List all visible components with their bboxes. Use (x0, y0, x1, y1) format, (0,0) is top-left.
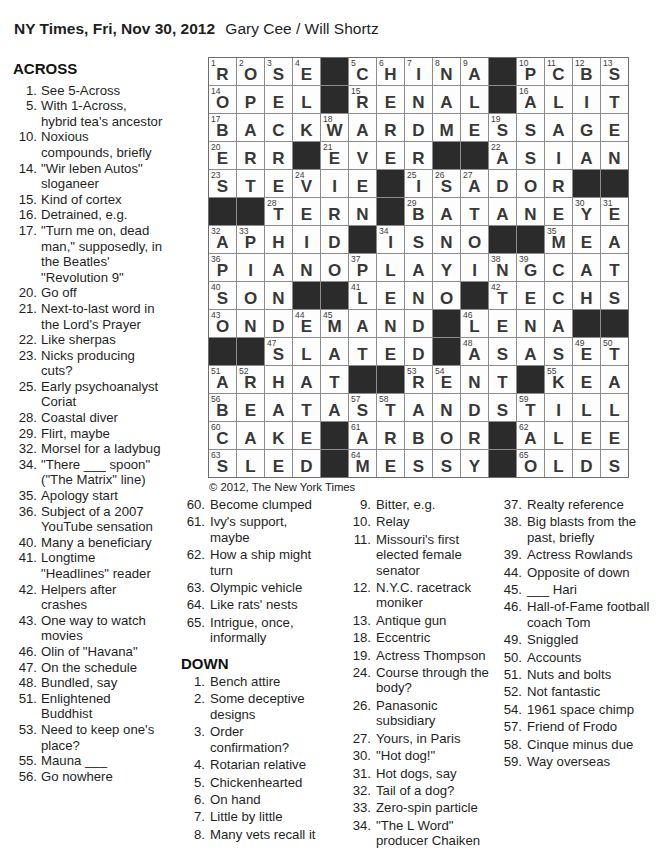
grid-cell[interactable]: E (545, 198, 572, 225)
black-cell (377, 170, 404, 197)
clue-across-65: 65.Intrigue, once, informally (181, 615, 326, 646)
grid-cell[interactable]: 65O (517, 450, 544, 477)
grid-cell[interactable]: L (293, 338, 320, 365)
grid-cell[interactable]: D (405, 338, 432, 365)
down-header: DOWN (181, 656, 326, 671)
grid-cell[interactable]: A (545, 310, 572, 337)
grid-cell[interactable]: N (405, 282, 432, 309)
grid-cell[interactable]: O (517, 170, 544, 197)
grid-cell[interactable]: A (405, 394, 432, 421)
clue-text: Yours, in Paris (376, 731, 490, 746)
grid-cell[interactable]: A (321, 394, 348, 421)
grid-cell[interactable]: 50T (601, 338, 628, 365)
grid-cell[interactable]: A (293, 366, 320, 393)
grid-cell[interactable]: 49E (573, 338, 600, 365)
grid-cell[interactable]: L (237, 450, 264, 477)
grid-cell[interactable]: 52R (237, 366, 264, 393)
grid-cell[interactable]: 45M (321, 310, 348, 337)
cell-letter: M (321, 318, 348, 335)
grid-cell[interactable]: 30Y (573, 198, 600, 225)
grid-cell[interactable]: A (433, 198, 460, 225)
grid-cell[interactable]: N (461, 366, 488, 393)
clue-text: Some deceptive designs (210, 691, 326, 722)
cell-letter: E (377, 346, 404, 363)
grid-cell[interactable]: I (237, 254, 264, 281)
grid-cell[interactable]: 26S (433, 170, 460, 197)
grid-cell[interactable]: 34I (377, 226, 404, 253)
grid-cell[interactable]: E (377, 282, 404, 309)
grid-cell[interactable]: 47S (265, 338, 292, 365)
cell-letter: R (209, 66, 236, 83)
clue-across-64: 64.Like rats' nests (181, 597, 326, 612)
grid-cell[interactable]: N (517, 310, 544, 337)
cell-letter: N (237, 318, 264, 335)
grid-cell[interactable]: T (321, 366, 348, 393)
grid-cell[interactable]: A (349, 114, 376, 141)
grid-cell[interactable]: 16A (517, 86, 544, 113)
cell-letter: O (237, 66, 264, 83)
clue-text: Missouri's first elected female senator (376, 532, 490, 578)
cell-letter: O (321, 262, 348, 279)
grid-cell[interactable]: S (601, 282, 628, 309)
grid-cell[interactable]: A (433, 86, 460, 113)
clue-text: Big blasts from the past, briefly (527, 514, 653, 545)
grid-cell[interactable]: 56B (209, 394, 236, 421)
cell-letter: D (405, 346, 432, 363)
grid-cell[interactable]: N (265, 282, 292, 309)
grid-cell[interactable]: O (237, 282, 264, 309)
clue-text: Relay (376, 514, 490, 529)
grid-cell[interactable]: A (237, 422, 264, 449)
grid-cell[interactable]: 33P (237, 226, 264, 253)
grid-cell[interactable]: 35M (545, 226, 572, 253)
clue-across-15: 15.Kind of cortex (13, 192, 163, 208)
grid-cell[interactable]: A (517, 338, 544, 365)
grid-cell[interactable]: P (237, 86, 264, 113)
grid-cell[interactable]: 64M (349, 450, 376, 477)
clue-across-48: 48.Bundled, say (13, 675, 163, 691)
grid-cell[interactable]: 31E (601, 198, 628, 225)
clue-text: Enlightened Buddhist (41, 691, 163, 722)
grid-cell[interactable]: S (517, 142, 544, 169)
grid-cell[interactable]: 38N (489, 254, 516, 281)
clue-number: 29. (13, 426, 37, 442)
clue-text: Eccentric (376, 630, 490, 645)
grid-cell[interactable]: R (265, 142, 292, 169)
cell-letter: E (293, 318, 320, 335)
grid-cell[interactable]: E (293, 198, 320, 225)
clue-number: 57. (496, 719, 522, 734)
grid-cell[interactable]: T (489, 366, 516, 393)
grid-cell[interactable]: 14O (209, 86, 236, 113)
cell-letter: A (601, 374, 628, 391)
grid-cell[interactable]: E (377, 142, 404, 169)
grid-cell[interactable]: D (489, 170, 516, 197)
clue-down-58: 58.Cinque minus due (496, 737, 653, 752)
clue-number: 42. (13, 582, 37, 613)
clue-down-59: 59.Way overseas (496, 754, 653, 769)
grid-cell[interactable]: 9A (461, 58, 488, 85)
grid-cell[interactable]: A (601, 226, 628, 253)
grid-cell[interactable]: Y (433, 254, 460, 281)
grid-cell[interactable]: A (601, 366, 628, 393)
grid-cell[interactable]: 23S (209, 170, 236, 197)
grid-cell[interactable]: S (405, 450, 432, 477)
cell-letter: P (349, 262, 376, 279)
grid-cell[interactable]: 15R (349, 86, 376, 113)
grid-cell[interactable]: E (601, 422, 628, 449)
grid-cell[interactable]: 6H (377, 58, 404, 85)
grid-cell[interactable]: A (237, 114, 264, 141)
grid-cell[interactable]: A (349, 310, 376, 337)
grid-cell[interactable]: I (461, 254, 488, 281)
black-cell (489, 422, 516, 449)
clue-text: Morsel for a ladybug (41, 441, 163, 457)
cell-letter: B (405, 430, 432, 447)
clue-down-18: 18.Eccentric (344, 630, 490, 645)
clue-across-16: 16.Detrained, e.g. (13, 207, 163, 223)
grid-cell[interactable]: E (573, 422, 600, 449)
clue-text: Go nowhere (41, 769, 163, 785)
grid-cell[interactable]: S (517, 114, 544, 141)
grid-cell[interactable]: A (265, 394, 292, 421)
grid-cell[interactable]: E (601, 114, 628, 141)
cell-letter: M (349, 458, 376, 475)
grid-cell[interactable]: 29B (405, 198, 432, 225)
cell-letter: R (377, 430, 404, 447)
grid-cell[interactable]: 20E (209, 142, 236, 169)
clue-number: 52. (496, 684, 522, 699)
grid-cell[interactable]: 17B (209, 114, 236, 141)
grid-cell[interactable]: E (237, 394, 264, 421)
grid-cell[interactable]: 21E (321, 142, 348, 169)
grid-cell[interactable]: 60C (209, 422, 236, 449)
grid-cell[interactable]: N (293, 254, 320, 281)
clue-text: Antique gun (376, 613, 490, 628)
grid-cell[interactable]: A (405, 254, 432, 281)
grid-cell[interactable]: S (489, 394, 516, 421)
cell-letter: A (573, 262, 600, 279)
cell-letter: E (293, 66, 320, 83)
clue-across-63: 63.Olympic vehicle (181, 580, 326, 595)
grid-cell[interactable]: D (405, 114, 432, 141)
cell-letter: A (293, 374, 320, 391)
grid-cell[interactable]: 11C (545, 58, 572, 85)
clue-number: 58. (496, 737, 522, 752)
grid-cell[interactable]: 4E (293, 58, 320, 85)
clue-number: 49. (496, 632, 522, 647)
grid-cell[interactable]: 2O (237, 58, 264, 85)
cell-letter: I (545, 402, 572, 419)
grid-cell[interactable]: E (489, 310, 516, 337)
cell-letter: B (405, 206, 432, 223)
grid-cell[interactable]: H (265, 366, 292, 393)
grid-cell[interactable]: N (517, 198, 544, 225)
clue-number: 51. (496, 667, 522, 682)
grid-cell[interactable]: 55K (545, 366, 572, 393)
cell-letter: P (517, 66, 544, 83)
clue-number: 44. (496, 565, 522, 580)
grid-cell[interactable]: L (545, 86, 572, 113)
grid-cell[interactable]: D (293, 450, 320, 477)
grid-cell[interactable]: S (601, 450, 628, 477)
grid-cell[interactable]: K (265, 422, 292, 449)
grid-cell[interactable]: I (545, 142, 572, 169)
clue-number: 28. (13, 410, 37, 426)
clue-down-19: 19.Actress Thompson (344, 648, 490, 663)
grid-cell[interactable]: 13S (601, 58, 628, 85)
grid-cell[interactable]: N (349, 198, 376, 225)
grid-cell[interactable]: O (461, 226, 488, 253)
grid-cell[interactable]: E (265, 450, 292, 477)
grid-cell[interactable]: T (601, 254, 628, 281)
grid-cell[interactable]: 43O (209, 310, 236, 337)
grid-cell[interactable]: R (405, 142, 432, 169)
cell-letter: R (349, 94, 376, 111)
cell-letter: B (209, 122, 236, 139)
grid-cell[interactable]: L (573, 394, 600, 421)
grid-cell[interactable]: 18W (321, 114, 348, 141)
grid-cell[interactable]: Y (461, 450, 488, 477)
grid-cell[interactable]: 42T (489, 282, 516, 309)
grid-cell[interactable]: L (601, 394, 628, 421)
grid-cell[interactable]: N (377, 310, 404, 337)
cell-letter: A (433, 206, 460, 223)
grid-cell[interactable]: 7I (405, 58, 432, 85)
grid-cell[interactable]: R (321, 198, 348, 225)
grid-cell[interactable]: 8N (433, 58, 460, 85)
grid-cell[interactable]: 46L (461, 310, 488, 337)
cell-letter: A (545, 122, 572, 139)
grid-cell[interactable]: K (293, 114, 320, 141)
grid-cell[interactable]: 3S (265, 58, 292, 85)
cell-letter: S (265, 66, 292, 83)
clue-across-23: 23.Nicks producing cuts? (13, 348, 163, 379)
cell-letter: I (321, 178, 348, 195)
clue-number: 31. (344, 766, 371, 781)
grid-cell[interactable]: N (433, 394, 460, 421)
clue-text: Sniggled (527, 632, 653, 647)
cell-letter: S (489, 346, 516, 363)
cell-letter: I (461, 262, 488, 279)
grid-cell[interactable]: S (405, 226, 432, 253)
grid-cell[interactable]: 48A (461, 338, 488, 365)
grid-cell[interactable]: D (405, 310, 432, 337)
grid-cell[interactable]: 54E (433, 366, 460, 393)
grid-cell[interactable]: 25I (405, 170, 432, 197)
grid-cell[interactable]: I (545, 394, 572, 421)
grid-cell[interactable]: N (433, 226, 460, 253)
grid-cell[interactable]: D (461, 394, 488, 421)
grid-cell[interactable]: 59T (517, 394, 544, 421)
cell-letter: O (461, 234, 488, 251)
grid-cell[interactable]: 62A (517, 422, 544, 449)
cell-letter: N (405, 290, 432, 307)
grid-cell[interactable]: E (461, 114, 488, 141)
grid-cell[interactable]: 44E (293, 310, 320, 337)
clue-down-7: 7.Little by little (181, 809, 326, 824)
cell-letter: R (321, 206, 348, 223)
across-header: ACROSS (13, 61, 163, 77)
grid-cell[interactable]: A (573, 142, 600, 169)
cell-letter: D (265, 318, 292, 335)
grid-cell[interactable]: D (321, 226, 348, 253)
grid-cell[interactable]: A (573, 254, 600, 281)
grid-cell[interactable]: E (265, 170, 292, 197)
grid-cell[interactable]: R (545, 170, 572, 197)
cell-letter: V (293, 178, 320, 195)
grid-cell[interactable]: 27A (461, 170, 488, 197)
grid-cell[interactable]: 37P (349, 254, 376, 281)
cell-letter: A (517, 94, 544, 111)
grid-cell[interactable]: R (377, 422, 404, 449)
grid-cell[interactable]: G (573, 114, 600, 141)
cell-letter: E (517, 290, 544, 307)
grid-cell[interactable]: L (545, 422, 572, 449)
clue-text: Nuts and bolts (527, 667, 653, 682)
grid-cell[interactable]: T (237, 170, 264, 197)
clue-number: 38. (496, 514, 522, 545)
clue-down-5: 5.Chickenhearted (181, 775, 326, 790)
grid-cell[interactable]: 51A (209, 366, 236, 393)
grid-cell[interactable]: M (433, 114, 460, 141)
clue-number: 9. (344, 497, 371, 512)
across-clue-list-1: 1.See 5-Across5.With 1-Across, hybrid te… (13, 83, 163, 785)
grid-cell[interactable]: 41L (349, 282, 376, 309)
clue-number: 62. (181, 547, 205, 578)
grid-cell[interactable]: 22A (489, 142, 516, 169)
clue-text: ___ Hari (527, 582, 653, 597)
grid-cell[interactable]: 19S (489, 114, 516, 141)
grid-cell[interactable]: C (265, 114, 292, 141)
grid-cell[interactable]: R (377, 114, 404, 141)
clue-text: Friend of Frodo (527, 719, 653, 734)
grid-cell[interactable]: L (377, 254, 404, 281)
grid-cell[interactable]: C (545, 254, 572, 281)
grid-cell[interactable]: E (265, 86, 292, 113)
grid-cell[interactable]: A (265, 254, 292, 281)
grid-cell[interactable]: 12B (573, 58, 600, 85)
cell-letter: K (265, 430, 292, 447)
grid-cell[interactable]: V (349, 142, 376, 169)
grid-cell[interactable]: 39G (517, 254, 544, 281)
grid-cell[interactable]: N (601, 142, 628, 169)
grid-cell[interactable]: S (489, 338, 516, 365)
clue-down-32: 32.Tail of a dog? (344, 783, 490, 798)
cell-letter: L (545, 458, 572, 475)
grid-cell[interactable]: L (293, 86, 320, 113)
grid-cell[interactable]: E (377, 338, 404, 365)
cell-letter: E (349, 178, 376, 195)
clue-text: Hot dogs, say (376, 766, 490, 781)
grid-cell[interactable]: E (377, 86, 404, 113)
grid-cell[interactable]: L (545, 450, 572, 477)
clue-text: "There ___ spoon" ("The Matrix" line) (41, 457, 163, 488)
grid-cell[interactable]: B (405, 422, 432, 449)
clue-text: On hand (210, 792, 326, 807)
grid-cell[interactable]: I (293, 226, 320, 253)
clue-down-50: 50.Accounts (496, 650, 653, 665)
black-cell (489, 226, 516, 253)
cell-letter: D (461, 402, 488, 419)
grid-cell[interactable]: A (545, 114, 572, 141)
grid-cell[interactable]: E (377, 450, 404, 477)
cell-letter: C (545, 66, 572, 83)
grid-cell[interactable]: C (545, 282, 572, 309)
grid-cell[interactable]: O (321, 254, 348, 281)
grid-cell[interactable]: T (349, 338, 376, 365)
grid-cell[interactable]: D (265, 310, 292, 337)
cell-letter: A (209, 234, 236, 251)
cell-letter: N (461, 374, 488, 391)
grid-cell[interactable]: I (573, 86, 600, 113)
grid-cell[interactable]: R (237, 142, 264, 169)
grid-cell[interactable]: O (433, 422, 460, 449)
grid-cell[interactable]: E (573, 366, 600, 393)
grid-cell[interactable]: 10P (517, 58, 544, 85)
grid-cell[interactable]: 28T (265, 198, 292, 225)
cell-letter: E (489, 318, 516, 335)
grid-cell[interactable]: 40S (209, 282, 236, 309)
grid-cell[interactable]: 58T (377, 394, 404, 421)
grid-cell[interactable]: D (573, 450, 600, 477)
grid-cell[interactable]: 53R (405, 366, 432, 393)
grid-cell[interactable]: 32A (209, 226, 236, 253)
clue-number: 3. (181, 724, 205, 755)
grid-cell[interactable]: 63S (209, 450, 236, 477)
grid-cell[interactable]: 5C (349, 58, 376, 85)
grid-cell[interactable]: L (461, 86, 488, 113)
grid-cell[interactable]: A (489, 198, 516, 225)
grid-cell[interactable]: 57S (349, 394, 376, 421)
grid-cell[interactable]: O (433, 282, 460, 309)
cell-letter: A (209, 374, 236, 391)
clue-text: Early psychoanalyst Coriat (41, 379, 163, 410)
clue-across-47: 47.On the schedule (13, 660, 163, 676)
clue-number: 5. (13, 98, 37, 129)
grid-cell[interactable]: E (293, 422, 320, 449)
grid-cell[interactable]: S (545, 338, 572, 365)
clue-text: Chickenhearted (210, 775, 326, 790)
grid-cell[interactable]: E (517, 282, 544, 309)
grid-cell[interactable]: A (321, 338, 348, 365)
grid-cell[interactable]: E (573, 226, 600, 253)
grid-cell[interactable]: H (265, 226, 292, 253)
grid-cell[interactable]: 24V (293, 170, 320, 197)
grid-cell[interactable]: R (461, 422, 488, 449)
grid-cell[interactable]: T (601, 86, 628, 113)
grid-cell[interactable]: E (349, 170, 376, 197)
clue-text: Rotarian relative (210, 757, 326, 772)
grid-cell[interactable]: N (405, 86, 432, 113)
grid-cell[interactable]: T (293, 394, 320, 421)
grid-cell[interactable]: 61A (349, 422, 376, 449)
grid-cell[interactable]: H (573, 282, 600, 309)
grid-cell[interactable]: S (433, 450, 460, 477)
cell-letter: A (405, 402, 432, 419)
clue-number: 54. (496, 702, 522, 717)
grid-cell[interactable]: I (321, 170, 348, 197)
grid-cell[interactable]: 1R (209, 58, 236, 85)
cell-letter: S (517, 122, 544, 139)
clue-text: Actress Thompson (376, 648, 490, 663)
clue-down-24: 24.Course through the body? (344, 665, 490, 696)
grid-cell[interactable]: T (461, 198, 488, 225)
cell-letter: G (573, 122, 600, 139)
grid-cell[interactable]: 36P (209, 254, 236, 281)
clue-number: 39. (496, 547, 522, 562)
grid-cell[interactable]: N (237, 310, 264, 337)
